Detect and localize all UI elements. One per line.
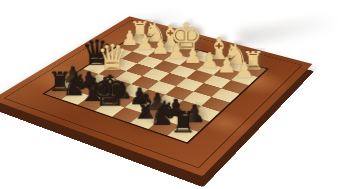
chess-board: ♜♞♝♚♝♞♜♟♟♟♟♟♟♟♟♛♛♟♟♟♟♟♟♟♟♜♞♝♚♝♞♜ (0, 16, 313, 176)
square-e8: ♚ (95, 101, 125, 116)
square-d3 (170, 65, 197, 78)
square-a8: ♜ (167, 125, 198, 142)
chess-set-photo: ♜♞♝♚♝♞♜♟♟♟♟♟♟♟♟♛♛♟♟♟♟♟♟♟♟♜♞♝♚♝♞♜ (0, 0, 350, 189)
scene: ♜♞♝♚♝♞♜♟♟♟♟♟♟♟♟♛♛♟♟♟♟♟♟♟♟♜♞♝♚♝♞♜ (0, 0, 350, 189)
board-grid: ♜♞♝♚♝♞♜♟♟♟♟♟♟♟♟♛♛♟♟♟♟♟♟♟♟♜♞♝♚♝♞♜ (42, 32, 269, 143)
square-a2: ♟ (231, 71, 258, 84)
